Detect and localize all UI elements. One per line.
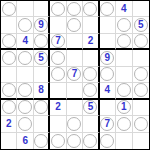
given-digit: 7 xyxy=(55,36,61,46)
odd-circle-icon xyxy=(51,2,65,16)
cell-r8c2[interactable] xyxy=(17,116,33,132)
odd-circle-icon xyxy=(18,117,32,131)
cell-r8c1[interactable]: 2 xyxy=(1,116,17,132)
cell-r4c4[interactable] xyxy=(50,50,66,66)
odd-circle-icon xyxy=(18,18,32,32)
given-digit: 2 xyxy=(88,36,94,46)
odd-circle-icon xyxy=(2,34,16,48)
sudoku-board: 49547259784251276 xyxy=(0,0,150,150)
odd-circle-icon xyxy=(100,67,114,81)
cell-r5c6[interactable] xyxy=(83,67,99,83)
cell-r7c6[interactable]: 5 xyxy=(83,100,99,116)
cell-r6c2[interactable] xyxy=(17,83,33,99)
cell-r8c7[interactable]: 7 xyxy=(100,116,116,132)
odd-circle-icon xyxy=(2,51,16,65)
given-digit: 7 xyxy=(72,69,78,79)
cell-r2c3[interactable]: 9 xyxy=(34,17,50,33)
odd-circle-icon xyxy=(51,134,65,148)
odd-circle-icon xyxy=(2,83,16,97)
cell-r9c3[interactable] xyxy=(34,133,50,149)
odd-circle-icon xyxy=(134,34,148,48)
odd-circle-icon xyxy=(83,134,97,148)
cell-r4c1[interactable] xyxy=(1,50,17,66)
given-digit: 9 xyxy=(38,20,44,30)
cell-r5c4[interactable] xyxy=(50,67,66,83)
cell-r3c8[interactable] xyxy=(116,34,132,50)
cell-r4c5[interactable] xyxy=(67,50,83,66)
cell-r7c8[interactable]: 1 xyxy=(116,100,132,116)
given-digit: 2 xyxy=(6,119,12,129)
cell-r7c2[interactable] xyxy=(17,100,33,116)
cell-r9c4[interactable] xyxy=(50,133,66,149)
odd-circle-icon xyxy=(18,83,32,97)
cell-r2c7[interactable] xyxy=(100,17,116,33)
odd-circle-icon xyxy=(117,18,131,32)
given-digit: 5 xyxy=(88,102,94,112)
given-digit: 7 xyxy=(105,119,111,129)
cell-r3c4[interactable]: 7 xyxy=(50,34,66,50)
odd-circle-icon xyxy=(67,134,81,148)
odd-circle-icon xyxy=(18,51,32,65)
cell-r5c1[interactable] xyxy=(1,67,17,83)
cell-r1c2[interactable] xyxy=(17,1,33,17)
cell-r8c8[interactable] xyxy=(116,116,132,132)
given-digit: 4 xyxy=(121,4,127,14)
given-digit: 8 xyxy=(38,85,44,95)
odd-circle-icon xyxy=(2,2,16,16)
cell-r5c9[interactable] xyxy=(133,67,149,83)
cell-r4c3[interactable]: 5 xyxy=(34,50,50,66)
odd-circle-icon xyxy=(100,134,114,148)
odd-circle-icon xyxy=(67,18,81,32)
cell-r9c5[interactable] xyxy=(67,133,83,149)
cell-r8c3[interactable] xyxy=(34,116,50,132)
cell-r1c6[interactable] xyxy=(83,1,99,17)
cell-r9c2[interactable]: 6 xyxy=(17,133,33,149)
cell-r2c5[interactable] xyxy=(67,17,83,33)
cell-r1c5[interactable] xyxy=(67,1,83,17)
cell-r6c7[interactable]: 4 xyxy=(100,83,116,99)
given-digit: 4 xyxy=(105,85,111,95)
cell-r2c8[interactable] xyxy=(116,17,132,33)
cell-r5c2[interactable] xyxy=(17,67,33,83)
given-digit: 5 xyxy=(138,20,144,30)
cell-r2c6[interactable] xyxy=(83,17,99,33)
cell-r7c4[interactable]: 2 xyxy=(50,100,66,116)
cell-r3c2[interactable]: 4 xyxy=(17,34,33,50)
odd-circle-icon xyxy=(134,67,148,81)
cell-r1c8[interactable]: 4 xyxy=(116,1,132,17)
odd-circle-icon xyxy=(117,83,131,97)
odd-circle-icon xyxy=(2,100,16,114)
cell-r1c9[interactable] xyxy=(133,1,149,17)
odd-circle-icon xyxy=(117,117,131,131)
given-digit: 4 xyxy=(22,36,28,46)
cell-r1c4[interactable] xyxy=(50,1,66,17)
cell-r6c3[interactable]: 8 xyxy=(34,83,50,99)
odd-circle-icon xyxy=(117,34,131,48)
cell-r7c5[interactable] xyxy=(67,100,83,116)
cell-r3c5[interactable] xyxy=(67,34,83,50)
cell-r4c6[interactable] xyxy=(83,50,99,66)
cell-r4c9[interactable] xyxy=(133,50,149,66)
given-digit: 1 xyxy=(121,102,127,112)
cell-r9c8[interactable] xyxy=(116,133,132,149)
cell-r4c8[interactable] xyxy=(116,50,132,66)
given-digit: 2 xyxy=(55,102,61,112)
cell-r8c4[interactable] xyxy=(50,116,66,132)
cell-r8c5[interactable] xyxy=(67,116,83,132)
cell-r3c1[interactable] xyxy=(1,34,17,50)
cell-r5c5[interactable]: 7 xyxy=(67,67,83,83)
cell-r9c7[interactable] xyxy=(100,133,116,149)
odd-circle-icon xyxy=(67,117,81,131)
odd-circle-icon xyxy=(100,2,114,16)
cell-r2c2[interactable] xyxy=(17,17,33,33)
cell-r4c7[interactable]: 9 xyxy=(100,50,116,66)
cell-r2c1[interactable] xyxy=(1,17,17,33)
odd-circle-icon xyxy=(34,34,48,48)
cell-r7c7[interactable] xyxy=(100,100,116,116)
odd-circle-icon xyxy=(34,100,48,114)
odd-circle-icon xyxy=(34,134,48,148)
odd-circle-icon xyxy=(83,83,97,97)
cell-r7c9[interactable] xyxy=(133,100,149,116)
cell-r6c6[interactable] xyxy=(83,83,99,99)
cell-r1c7[interactable] xyxy=(100,1,116,17)
cell-r7c1[interactable] xyxy=(1,100,17,116)
cell-r2c4[interactable] xyxy=(50,17,66,33)
cell-r7c3[interactable] xyxy=(34,100,50,116)
cell-r3c3[interactable] xyxy=(34,34,50,50)
cell-r9c9[interactable] xyxy=(133,133,149,149)
cell-r6c8[interactable] xyxy=(116,83,132,99)
cell-r8c9[interactable] xyxy=(133,116,149,132)
odd-circle-icon xyxy=(51,67,65,81)
cell-r9c6[interactable] xyxy=(83,133,99,149)
cell-r4c2[interactable] xyxy=(17,50,33,66)
cell-r6c4[interactable] xyxy=(50,83,66,99)
cell-r6c1[interactable] xyxy=(1,83,17,99)
cell-r5c3[interactable] xyxy=(34,67,50,83)
odd-circle-icon xyxy=(83,2,97,16)
odd-circle-icon xyxy=(134,117,148,131)
cell-r5c8[interactable] xyxy=(116,67,132,83)
cell-r3c6[interactable]: 2 xyxy=(83,34,99,50)
odd-circle-icon xyxy=(67,2,81,16)
cell-r3c9[interactable] xyxy=(133,34,149,50)
cell-r8c6[interactable] xyxy=(83,116,99,132)
given-digit: 9 xyxy=(105,53,111,63)
given-digit: 5 xyxy=(38,53,44,63)
cell-r6c5[interactable] xyxy=(67,83,83,99)
cell-r1c1[interactable] xyxy=(1,1,17,17)
cell-r6c9[interactable] xyxy=(133,83,149,99)
cell-r2c9[interactable]: 5 xyxy=(133,17,149,33)
cell-r9c1[interactable] xyxy=(1,133,17,149)
odd-circle-icon xyxy=(134,83,148,97)
odd-circle-icon xyxy=(51,51,65,65)
odd-circle-icon xyxy=(18,100,32,114)
cell-r1c3[interactable] xyxy=(34,1,50,17)
given-digit: 6 xyxy=(22,136,28,146)
cell-r3c7[interactable] xyxy=(100,34,116,50)
odd-circle-icon xyxy=(83,67,97,81)
cell-r5c7[interactable] xyxy=(100,67,116,83)
